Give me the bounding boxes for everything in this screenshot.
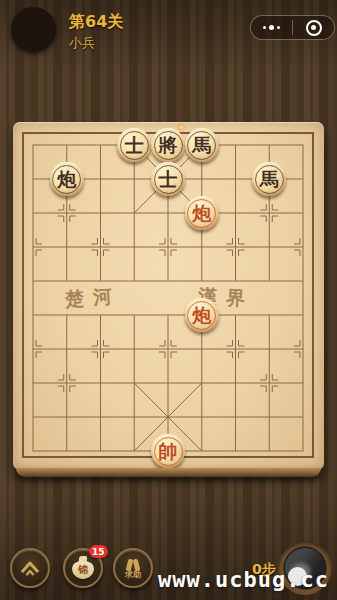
piece-glyph: 士 [125,136,144,155]
avatar [11,7,56,52]
app-root: 第64关 小兵 楚河 漢界 士將馬炮士馬炮炮帥 ✦ 锦 15 求助 0步 [0,0,337,600]
piece-black-general[interactable]: 將 [151,128,185,162]
close-minimize-button[interactable] [293,16,334,39]
ask-help-button[interactable]: 求助 [113,548,153,588]
piece-black-advisor[interactable]: 士 [151,162,185,196]
level-subtitle: 小兵 [69,34,95,52]
wechat-capsule [250,15,335,40]
chevron-up-icon [19,559,41,577]
piece-glyph: 馬 [192,136,211,155]
piece-glyph: 士 [159,170,178,189]
piece-glyph: 炮 [192,204,211,223]
target-circle-icon [306,20,322,36]
sparkle-icon: ✦ [177,122,185,133]
piece-red-king[interactable]: 帥 [151,434,185,468]
hint-bag-button[interactable]: 锦 15 [63,548,103,588]
piece-red-cannon[interactable]: 炮 [185,298,219,332]
piece-glyph: 炮 [57,170,76,189]
pieces-layer: 士將馬炮士馬炮炮帥 [13,122,324,470]
piece-glyph: 馬 [260,170,279,189]
piece-glyph: 將 [159,136,178,155]
level-title: 第64关 [69,12,123,33]
collapse-menu-button[interactable] [10,548,50,588]
money-bag-icon: 锦 [72,561,94,579]
xiangqi-board[interactable]: 楚河 漢界 士將馬炮士馬炮炮帥 ✦ [13,122,324,470]
watermark: www.ucbug.cc [158,567,329,592]
more-options-icon [263,25,280,30]
piece-black-horse[interactable]: 馬 [185,128,219,162]
piece-red-cannon[interactable]: 炮 [185,196,219,230]
piece-black-horse[interactable]: 馬 [252,162,286,196]
bag-character: 锦 [78,563,88,577]
piece-glyph: 炮 [192,306,211,325]
piece-black-cannon[interactable]: 炮 [50,162,84,196]
piece-glyph: 帥 [159,442,178,461]
hint-count-badge: 15 [89,545,108,558]
more-options-button[interactable] [251,16,292,39]
piece-black-advisor[interactable]: 士 [117,128,151,162]
avatar-portrait [13,9,54,50]
